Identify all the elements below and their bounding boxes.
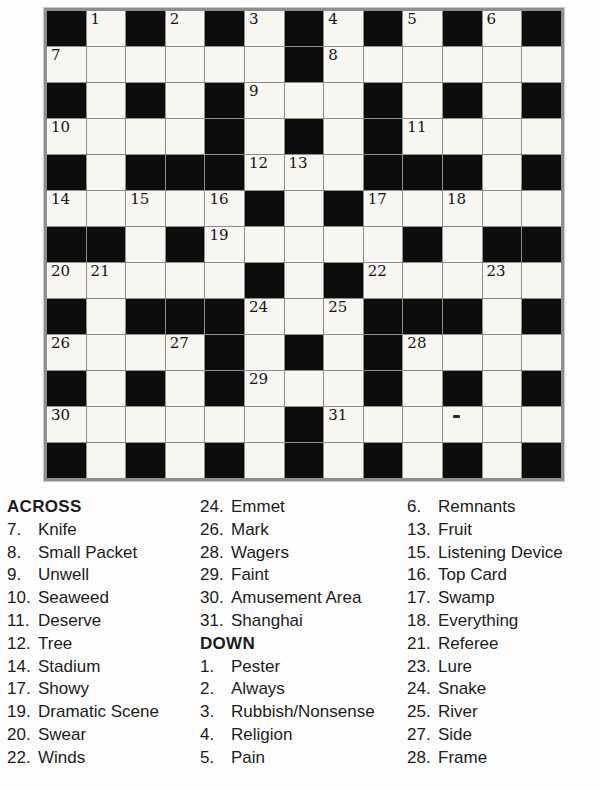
cell-r2c6[interactable] bbox=[245, 47, 284, 82]
clue-down-17-text: Swamp bbox=[438, 587, 495, 610]
clue-number-27: 27 bbox=[170, 335, 189, 352]
crossword-grid: 1234567891011121314151617181920212223242… bbox=[44, 8, 564, 481]
clue-down-28: 28.Frame bbox=[407, 747, 600, 770]
cell-r13c13-black bbox=[522, 443, 561, 478]
clue-down-5: 5.Pain bbox=[200, 747, 400, 770]
clue-across-7-number: 7. bbox=[7, 519, 38, 542]
cell-r8c10[interactable] bbox=[403, 263, 442, 298]
clue-down-27-number: 27. bbox=[407, 724, 438, 747]
clue-across-28-number: 28. bbox=[200, 542, 231, 565]
cell-r3c6[interactable]: 9 bbox=[245, 83, 284, 118]
cell-r1c9-black bbox=[364, 11, 403, 46]
cell-r8c6-black bbox=[245, 263, 284, 298]
clue-across-31-text: Shanghai bbox=[231, 610, 303, 633]
clue-down-3: 3.Rubbish/Nonsense bbox=[200, 701, 400, 724]
cell-r8c5[interactable] bbox=[205, 263, 244, 298]
cell-r3c2[interactable] bbox=[87, 83, 126, 118]
cell-r8c2[interactable]: 21 bbox=[87, 263, 126, 298]
clue-across-17-text: Showy bbox=[38, 678, 89, 701]
cell-r11c4[interactable] bbox=[166, 371, 205, 406]
cell-r4c6[interactable] bbox=[245, 119, 284, 154]
cell-r1c5-black bbox=[205, 11, 244, 46]
cell-r12c7-black bbox=[285, 407, 324, 442]
cell-r3c8[interactable] bbox=[324, 83, 363, 118]
cell-r4c5-black bbox=[205, 119, 244, 154]
clue-across-12-number: 12. bbox=[7, 633, 38, 656]
clue-down-21-number: 21. bbox=[407, 633, 438, 656]
cell-r12c12[interactable] bbox=[483, 407, 522, 442]
cell-r11c6[interactable]: 29 bbox=[245, 371, 284, 406]
clue-down-6-number: 6. bbox=[407, 496, 438, 519]
cell-r4c4[interactable] bbox=[166, 119, 205, 154]
clue-number-18: 18 bbox=[447, 191, 466, 208]
clue-across-26-number: 26. bbox=[200, 519, 231, 542]
cell-r2c13[interactable] bbox=[522, 47, 561, 82]
clue-down-15-number: 15. bbox=[407, 542, 438, 565]
clue-across-31-number: 31. bbox=[200, 610, 231, 633]
cell-r7c6[interactable] bbox=[245, 227, 284, 262]
cell-r7c8[interactable] bbox=[324, 227, 363, 262]
cell-r6c9[interactable]: 17 bbox=[364, 191, 403, 226]
clue-across-26: 26.Mark bbox=[200, 519, 400, 542]
clue-number-7: 7 bbox=[51, 47, 61, 64]
cell-r7c7[interactable] bbox=[285, 227, 324, 262]
cell-r6c1[interactable]: 14 bbox=[47, 191, 86, 226]
clue-across-9-text: Unwell bbox=[38, 564, 89, 587]
cell-r10c12[interactable] bbox=[483, 335, 522, 370]
cell-r8c9[interactable]: 22 bbox=[364, 263, 403, 298]
cell-r4c13[interactable] bbox=[522, 119, 561, 154]
cell-r1c13-black bbox=[522, 11, 561, 46]
cell-r13c7-black bbox=[285, 443, 324, 478]
cell-r10c3[interactable] bbox=[126, 335, 165, 370]
cell-r3c4[interactable] bbox=[166, 83, 205, 118]
clue-down-16: 16.Top Card bbox=[407, 564, 600, 587]
clue-across-14: 14.Stadium bbox=[7, 656, 207, 679]
cell-r10c2[interactable] bbox=[87, 335, 126, 370]
clue-across-17: 17.Showy bbox=[7, 678, 207, 701]
clue-across-7-text: Knife bbox=[38, 519, 77, 542]
cell-r3c7[interactable] bbox=[285, 83, 324, 118]
clue-number-24: 24 bbox=[249, 299, 268, 316]
clue-column-2: 24.Emmet26.Mark28.Wagers29.Faint30.Amuse… bbox=[200, 496, 400, 770]
cell-r2c3[interactable] bbox=[126, 47, 165, 82]
clue-across-22-number: 22. bbox=[7, 747, 38, 770]
clue-down-4-number: 4. bbox=[200, 724, 231, 747]
cell-r12c4[interactable] bbox=[166, 407, 205, 442]
cell-r13c6[interactable] bbox=[245, 443, 284, 478]
cell-r11c7[interactable] bbox=[285, 371, 324, 406]
cell-r6c4[interactable] bbox=[166, 191, 205, 226]
clue-number-23: 23 bbox=[487, 263, 506, 280]
cell-r7c2-black bbox=[87, 227, 126, 262]
cell-r7c11[interactable] bbox=[443, 227, 482, 262]
clue-across-8-text: Small Packet bbox=[38, 542, 137, 565]
clue-down-25: 25.River bbox=[407, 701, 600, 724]
clue-column-3: 6.Remnants13.Fruit15.Listening Device16.… bbox=[407, 496, 600, 770]
cell-r5c2[interactable] bbox=[87, 155, 126, 190]
clue-across-24: 24.Emmet bbox=[200, 496, 400, 519]
clue-across-12-text: Tree bbox=[38, 633, 72, 656]
cell-r12c5[interactable] bbox=[205, 407, 244, 442]
clue-down-15: 15.Listening Device bbox=[407, 542, 600, 565]
clue-number-29: 29 bbox=[249, 371, 268, 388]
clue-across-19-number: 19. bbox=[7, 701, 38, 724]
cell-r1c7-black bbox=[285, 11, 324, 46]
clue-down-1: 1.Pester bbox=[200, 656, 400, 679]
cell-r4c9-black bbox=[364, 119, 403, 154]
clue-number-13: 13 bbox=[289, 155, 308, 172]
clue-number-17: 17 bbox=[368, 191, 387, 208]
cell-r13c3-black bbox=[126, 443, 165, 478]
cell-r7c5[interactable]: 19 bbox=[205, 227, 244, 262]
clue-down-21-text: Referee bbox=[438, 633, 498, 656]
cell-r4c7-black bbox=[285, 119, 324, 154]
cell-r1c1-black bbox=[47, 11, 86, 46]
clue-across-14-text: Stadium bbox=[38, 656, 100, 679]
clue-down-3-text: Rubbish/Nonsense bbox=[231, 701, 375, 724]
cell-r5c4-black bbox=[166, 155, 205, 190]
clue-number-30: 30 bbox=[51, 407, 70, 424]
cell-r12c1[interactable]: 30 bbox=[47, 407, 86, 442]
cell-r6c2[interactable] bbox=[87, 191, 126, 226]
clue-down-1-text: Pester bbox=[231, 656, 280, 679]
clue-number-10: 10 bbox=[51, 119, 70, 136]
clue-number-9: 9 bbox=[249, 83, 259, 100]
clue-across-7: 7.Knife bbox=[7, 519, 207, 542]
clue-down-24: 24.Snake bbox=[407, 678, 600, 701]
cell-r11c2[interactable] bbox=[87, 371, 126, 406]
cell-r10c1[interactable]: 26 bbox=[47, 335, 86, 370]
cell-r10c9-black bbox=[364, 335, 403, 370]
cell-r13c9-black bbox=[364, 443, 403, 478]
cell-r6c13[interactable] bbox=[522, 191, 561, 226]
cell-r4c2[interactable] bbox=[87, 119, 126, 154]
cell-r2c12[interactable] bbox=[483, 47, 522, 82]
cell-r12c11[interactable] bbox=[443, 407, 482, 442]
clue-down-24-text: Snake bbox=[438, 678, 486, 701]
clue-number-31: 31 bbox=[328, 407, 347, 424]
clue-across-11-number: 11. bbox=[7, 610, 38, 633]
clue-down-13-text: Fruit bbox=[438, 519, 472, 542]
print-artifact-mark bbox=[453, 415, 460, 418]
clue-across-9-number: 9. bbox=[7, 564, 38, 587]
clue-across-26-text: Mark bbox=[231, 519, 269, 542]
cell-r8c4[interactable] bbox=[166, 263, 205, 298]
clue-across-10-text: Seaweed bbox=[38, 587, 109, 610]
cell-r9c5-black bbox=[205, 299, 244, 334]
cell-r1c2[interactable]: 1 bbox=[87, 11, 126, 46]
cell-r6c12[interactable] bbox=[483, 191, 522, 226]
clue-down-18: 18.Everything bbox=[407, 610, 600, 633]
clue-across-17-number: 17. bbox=[7, 678, 38, 701]
clue-across-8: 8.Small Packet bbox=[7, 542, 207, 565]
cell-r2c2[interactable] bbox=[87, 47, 126, 82]
clue-across-8-number: 8. bbox=[7, 542, 38, 565]
clue-number-16: 16 bbox=[209, 191, 228, 208]
cell-r7c10-black bbox=[403, 227, 442, 262]
clue-down-23: 23.Lure bbox=[407, 656, 600, 679]
cell-r9c9-black bbox=[364, 299, 403, 334]
cell-r12c2[interactable] bbox=[87, 407, 126, 442]
cell-r1c3-black bbox=[126, 11, 165, 46]
cell-r7c3[interactable] bbox=[126, 227, 165, 262]
cell-r9c4-black bbox=[166, 299, 205, 334]
cell-r12c6[interactable] bbox=[245, 407, 284, 442]
across-header: ACROSS bbox=[7, 496, 207, 519]
cell-r10c13[interactable] bbox=[522, 335, 561, 370]
cell-r3c1-black bbox=[47, 83, 86, 118]
cell-r11c13-black bbox=[522, 371, 561, 406]
cell-r12c9[interactable] bbox=[364, 407, 403, 442]
cell-r1c8[interactable]: 4 bbox=[324, 11, 363, 46]
clue-across-10-number: 10. bbox=[7, 587, 38, 610]
clue-number-22: 22 bbox=[368, 263, 387, 280]
clue-down-28-text: Frame bbox=[438, 747, 487, 770]
clue-across-22-text: Winds bbox=[38, 747, 85, 770]
cell-r7c1-black bbox=[47, 227, 86, 262]
cell-r1c11-black bbox=[443, 11, 482, 46]
cell-r7c4-black bbox=[166, 227, 205, 262]
cell-r3c11-black bbox=[443, 83, 482, 118]
clue-across-29-number: 29. bbox=[200, 564, 231, 587]
cell-r12c10[interactable] bbox=[403, 407, 442, 442]
clue-number-14: 14 bbox=[51, 191, 70, 208]
cell-r10c10[interactable]: 28 bbox=[403, 335, 442, 370]
cell-r6c7[interactable] bbox=[285, 191, 324, 226]
clue-down-16-text: Top Card bbox=[438, 564, 507, 587]
clue-number-20: 20 bbox=[51, 263, 70, 280]
cell-r2c11[interactable] bbox=[443, 47, 482, 82]
cell-r9c12[interactable] bbox=[483, 299, 522, 334]
clue-number-15: 15 bbox=[130, 191, 149, 208]
cell-r11c1-black bbox=[47, 371, 86, 406]
clue-number-5: 5 bbox=[407, 11, 417, 28]
clue-down-21: 21.Referee bbox=[407, 633, 600, 656]
clue-across-28-text: Wagers bbox=[231, 542, 289, 565]
cell-r8c7[interactable] bbox=[285, 263, 324, 298]
cell-r6c5[interactable]: 16 bbox=[205, 191, 244, 226]
cell-r9c11-black bbox=[443, 299, 482, 334]
cell-r9c10-black bbox=[403, 299, 442, 334]
clue-across-29-text: Faint bbox=[231, 564, 269, 587]
clue-across-14-number: 14. bbox=[7, 656, 38, 679]
clue-across-11: 11.Deserve bbox=[7, 610, 207, 633]
clue-across-9: 9.Unwell bbox=[7, 564, 207, 587]
clue-down-16-number: 16. bbox=[407, 564, 438, 587]
cell-r7c9[interactable] bbox=[364, 227, 403, 262]
cell-r10c6[interactable] bbox=[245, 335, 284, 370]
cell-r5c9-black bbox=[364, 155, 403, 190]
clue-number-12: 12 bbox=[249, 155, 268, 172]
clue-across-20-number: 20. bbox=[7, 724, 38, 747]
clue-across-29: 29.Faint bbox=[200, 564, 400, 587]
clue-down-18-number: 18. bbox=[407, 610, 438, 633]
cell-r1c12[interactable]: 6 bbox=[483, 11, 522, 46]
clue-down-13-number: 13. bbox=[407, 519, 438, 542]
cell-r9c8[interactable]: 25 bbox=[324, 299, 363, 334]
clue-across-28: 28.Wagers bbox=[200, 542, 400, 565]
cell-r5c3-black bbox=[126, 155, 165, 190]
cell-r3c3-black bbox=[126, 83, 165, 118]
cell-r2c7-black bbox=[285, 47, 324, 82]
clue-across-30-text: Amusement Area bbox=[231, 587, 361, 610]
clue-across-12: 12.Tree bbox=[7, 633, 207, 656]
cell-r9c1-black bbox=[47, 299, 86, 334]
cell-r4c8[interactable] bbox=[324, 119, 363, 154]
cell-r13c12[interactable] bbox=[483, 443, 522, 478]
cell-r8c1[interactable]: 20 bbox=[47, 263, 86, 298]
clue-down-2-text: Always bbox=[231, 678, 285, 701]
cell-r11c8[interactable] bbox=[324, 371, 363, 406]
cell-r12c8[interactable]: 31 bbox=[324, 407, 363, 442]
cell-r5c10-black bbox=[403, 155, 442, 190]
clue-down-25-number: 25. bbox=[407, 701, 438, 724]
clue-across-19-text: Dramatic Scene bbox=[38, 701, 159, 724]
cell-r1c10[interactable]: 5 bbox=[403, 11, 442, 46]
cell-r8c3[interactable] bbox=[126, 263, 165, 298]
cell-r2c10[interactable] bbox=[403, 47, 442, 82]
cell-r13c8[interactable] bbox=[324, 443, 363, 478]
clue-across-11-text: Deserve bbox=[38, 610, 101, 633]
cell-r6c8-black bbox=[324, 191, 363, 226]
cell-r3c9-black bbox=[364, 83, 403, 118]
clue-down-18-text: Everything bbox=[438, 610, 518, 633]
cell-r11c10[interactable] bbox=[403, 371, 442, 406]
clue-number-4: 4 bbox=[328, 11, 338, 28]
cell-r7c13-black bbox=[522, 227, 561, 262]
cell-r2c4[interactable] bbox=[166, 47, 205, 82]
cell-r8c12[interactable]: 23 bbox=[483, 263, 522, 298]
cell-r9c6[interactable]: 24 bbox=[245, 299, 284, 334]
cell-r6c10[interactable] bbox=[403, 191, 442, 226]
cell-r6c6-black bbox=[245, 191, 284, 226]
clue-down-4-text: Religion bbox=[231, 724, 292, 747]
cell-r9c7[interactable] bbox=[285, 299, 324, 334]
cell-r12c13[interactable] bbox=[522, 407, 561, 442]
cell-r5c7[interactable]: 13 bbox=[285, 155, 324, 190]
cell-r13c11-black bbox=[443, 443, 482, 478]
cell-r3c13-black bbox=[522, 83, 561, 118]
clue-across-24-text: Emmet bbox=[231, 496, 285, 519]
clue-across-20: 20.Swear bbox=[7, 724, 207, 747]
clue-down-2: 2.Always bbox=[200, 678, 400, 701]
cell-r12c3[interactable] bbox=[126, 407, 165, 442]
cell-r5c11-black bbox=[443, 155, 482, 190]
clue-down-6-text: Remnants bbox=[438, 496, 515, 519]
cell-r13c5-black bbox=[205, 443, 244, 478]
cell-r4c1[interactable]: 10 bbox=[47, 119, 86, 154]
clue-down-23-number: 23. bbox=[407, 656, 438, 679]
cell-r11c11-black bbox=[443, 371, 482, 406]
cell-r8c13[interactable] bbox=[522, 263, 561, 298]
cell-r2c9[interactable] bbox=[364, 47, 403, 82]
cell-r3c5-black bbox=[205, 83, 244, 118]
cell-r4c12[interactable] bbox=[483, 119, 522, 154]
cell-r4c3[interactable] bbox=[126, 119, 165, 154]
cell-r13c2[interactable] bbox=[87, 443, 126, 478]
cell-r2c1[interactable]: 7 bbox=[47, 47, 86, 82]
clue-across-30: 30.Amusement Area bbox=[200, 587, 400, 610]
cell-r10c11[interactable] bbox=[443, 335, 482, 370]
clue-down-5-number: 5. bbox=[200, 747, 231, 770]
cell-r9c3-black bbox=[126, 299, 165, 334]
cell-r5c6[interactable]: 12 bbox=[245, 155, 284, 190]
clue-down-5-text: Pain bbox=[231, 747, 265, 770]
clue-number-19: 19 bbox=[209, 227, 228, 244]
cell-r11c12[interactable] bbox=[483, 371, 522, 406]
clue-across-10: 10.Seaweed bbox=[7, 587, 207, 610]
clue-down-25-text: River bbox=[438, 701, 478, 724]
cell-r13c4[interactable] bbox=[166, 443, 205, 478]
cell-r10c4[interactable]: 27 bbox=[166, 335, 205, 370]
clue-down-3-number: 3. bbox=[200, 701, 231, 724]
clue-down-1-number: 1. bbox=[200, 656, 231, 679]
cell-r11c9-black bbox=[364, 371, 403, 406]
clue-down-15-text: Listening Device bbox=[438, 542, 563, 565]
clue-across-30-number: 30. bbox=[200, 587, 231, 610]
clue-number-2: 2 bbox=[170, 11, 180, 28]
cell-r8c11[interactable] bbox=[443, 263, 482, 298]
cell-r6c11[interactable]: 18 bbox=[443, 191, 482, 226]
clue-down-24-number: 24. bbox=[407, 678, 438, 701]
clue-down-4: 4.Religion bbox=[200, 724, 400, 747]
clue-number-26: 26 bbox=[51, 335, 70, 352]
cell-r10c8[interactable] bbox=[324, 335, 363, 370]
clue-down-13: 13.Fruit bbox=[407, 519, 600, 542]
cell-r2c5[interactable] bbox=[205, 47, 244, 82]
cell-r5c5-black bbox=[205, 155, 244, 190]
cell-r10c7-black bbox=[285, 335, 324, 370]
cell-r10c5-black bbox=[205, 335, 244, 370]
clue-across-24-number: 24. bbox=[200, 496, 231, 519]
clue-number-6: 6 bbox=[487, 11, 497, 28]
cell-r3c12[interactable] bbox=[483, 83, 522, 118]
clue-down-2-number: 2. bbox=[200, 678, 231, 701]
cell-r11c5-black bbox=[205, 371, 244, 406]
cell-r5c8[interactable] bbox=[324, 155, 363, 190]
cell-r2c8[interactable]: 8 bbox=[324, 47, 363, 82]
clue-number-8: 8 bbox=[328, 47, 338, 64]
cell-r9c2[interactable] bbox=[87, 299, 126, 334]
cell-r4c11[interactable] bbox=[443, 119, 482, 154]
cell-r13c10[interactable] bbox=[403, 443, 442, 478]
cell-r7c12-black bbox=[483, 227, 522, 262]
clue-number-1: 1 bbox=[91, 11, 101, 28]
clue-number-21: 21 bbox=[91, 263, 110, 280]
cell-r9c13-black bbox=[522, 299, 561, 334]
clue-down-27-text: Side bbox=[438, 724, 472, 747]
cell-r1c6[interactable]: 3 bbox=[245, 11, 284, 46]
clue-down-6: 6.Remnants bbox=[407, 496, 600, 519]
cell-r5c13-black bbox=[522, 155, 561, 190]
cell-r8c8-black bbox=[324, 263, 363, 298]
clue-down-23-text: Lure bbox=[438, 656, 472, 679]
cell-r6c3[interactable]: 15 bbox=[126, 191, 165, 226]
clue-down-17: 17.Swamp bbox=[407, 587, 600, 610]
clue-column-1: ACROSS7.Knife8.Small Packet9.Unwell10.Se… bbox=[7, 496, 207, 770]
clue-across-31: 31.Shanghai bbox=[200, 610, 400, 633]
cell-r5c1-black bbox=[47, 155, 86, 190]
clue-down-28-number: 28. bbox=[407, 747, 438, 770]
clue-down-27: 27.Side bbox=[407, 724, 600, 747]
cell-r4c10[interactable]: 11 bbox=[403, 119, 442, 154]
clue-number-3: 3 bbox=[249, 11, 259, 28]
cell-r3c10[interactable] bbox=[403, 83, 442, 118]
cell-r5c12[interactable] bbox=[483, 155, 522, 190]
cell-r13c1-black bbox=[47, 443, 86, 478]
cell-r1c4[interactable]: 2 bbox=[166, 11, 205, 46]
